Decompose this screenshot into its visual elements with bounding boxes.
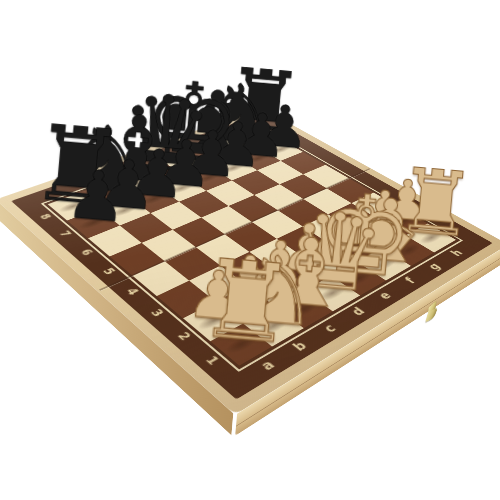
chess-board: abcdefgh12345678 ♜♞♝♛♚♝♞♜♟♟♟♟♟♟♟♟♟♟♟♟♟♟♟… xyxy=(0,108,500,415)
brass-clasp[interactable] xyxy=(426,299,438,324)
product-photo-scene: abcdefgh12345678 ♜♞♝♛♚♝♞♜♟♟♟♟♟♟♟♟♟♟♟♟♟♟♟… xyxy=(0,0,500,500)
clasp-hook xyxy=(425,307,438,322)
